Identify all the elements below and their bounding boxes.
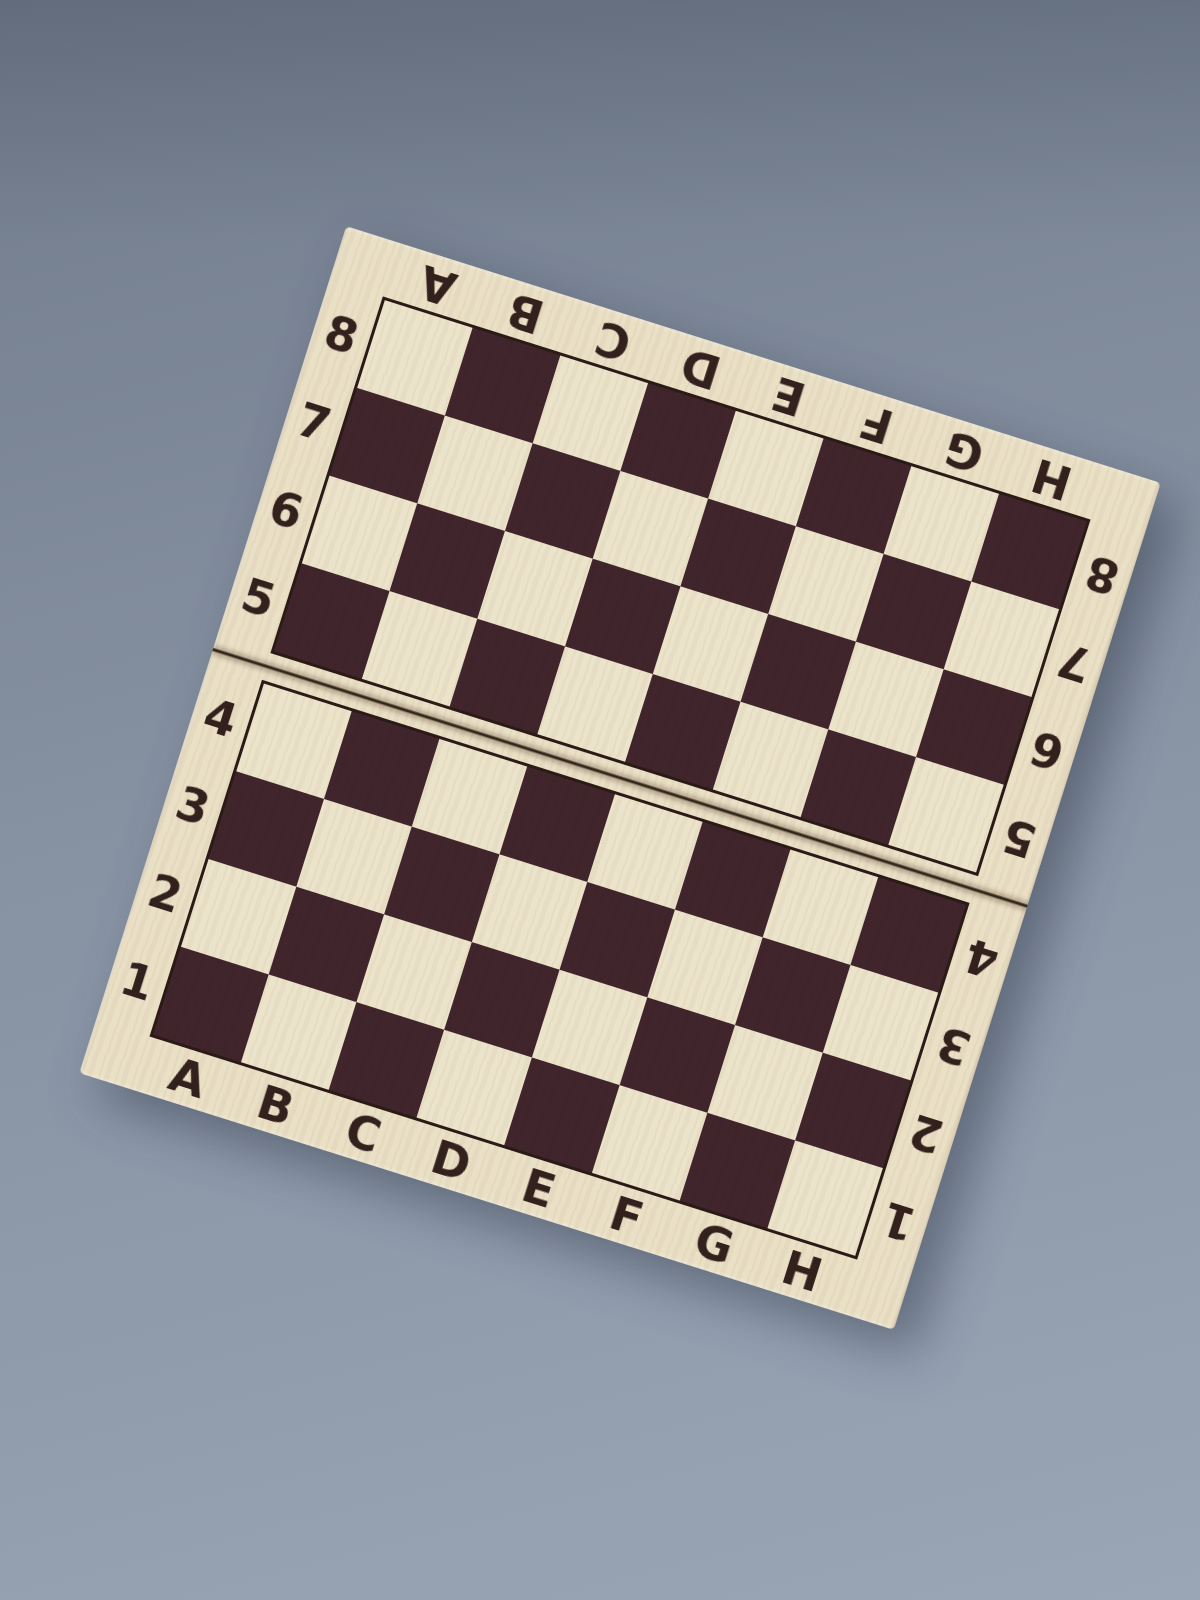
file-label-top-c: C	[590, 314, 636, 368]
file-label-top-e: E	[767, 369, 811, 422]
file-label-bottom-c: C	[340, 1106, 386, 1160]
rank-label-right-8: 8	[1080, 548, 1124, 601]
file-label-bottom-e: E	[517, 1162, 561, 1215]
rank-label-left-4: 4	[198, 691, 242, 744]
rank-label-left-5: 5	[236, 571, 280, 624]
rank-label-right-7: 7	[1053, 636, 1097, 689]
rank-label-right-6: 6	[1025, 723, 1069, 776]
rank-label-left-7: 7	[292, 396, 336, 449]
rank-label-right-3: 3	[932, 1019, 976, 1072]
rank-label-right-1: 1	[876, 1195, 920, 1248]
file-label-top-h: H	[1027, 451, 1078, 506]
rank-label-left-8: 8	[319, 308, 363, 361]
file-label-top-a: A	[414, 258, 462, 313]
rank-label-right-5: 5	[997, 811, 1041, 864]
file-label-bottom-f: F	[605, 1190, 649, 1243]
chess-board: ABCDEFGH88776655 ABCDEFGH44332211	[79, 226, 1161, 1330]
file-label-bottom-g: G	[689, 1216, 739, 1271]
rank-label-left-1: 1	[115, 955, 159, 1008]
file-label-bottom-d: D	[426, 1133, 476, 1188]
rank-label-right-2: 2	[904, 1107, 948, 1160]
file-label-bottom-h: H	[777, 1244, 828, 1299]
photo-background: ABCDEFGH88776655 ABCDEFGH44332211	[0, 0, 1200, 1600]
rank-label-left-2: 2	[143, 867, 187, 920]
file-label-bottom-a: A	[164, 1051, 212, 1106]
rank-label-left-3: 3	[171, 779, 215, 832]
file-label-top-f: F	[854, 397, 898, 450]
file-label-top-d: D	[676, 341, 726, 396]
rank-label-left-6: 6	[264, 483, 308, 536]
rank-label-right-4: 4	[959, 931, 1003, 984]
file-label-top-g: G	[939, 424, 989, 479]
file-label-top-b: B	[502, 286, 549, 340]
file-label-bottom-b: B	[252, 1078, 299, 1132]
